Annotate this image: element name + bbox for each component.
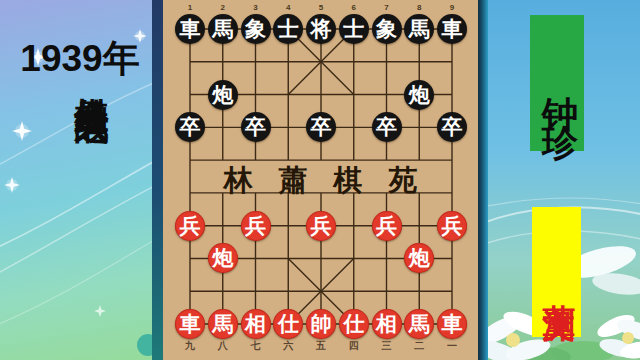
piece-red-chariot-r9c8[interactable]: 車 bbox=[437, 309, 467, 339]
file-label-bottom-6: 四 bbox=[349, 339, 359, 353]
title-caption: 棋仙最经典之战 bbox=[73, 70, 110, 84]
piece-black-cannon-r2c7[interactable]: 炮 bbox=[404, 80, 434, 110]
left-title-panel: 1939年 棋仙最经典之战 bbox=[0, 0, 152, 360]
teal-dot-decor bbox=[137, 334, 152, 356]
player-label-top: 钟珍 bbox=[530, 15, 584, 151]
file-label-bottom-7: 三 bbox=[382, 339, 392, 353]
piece-red-advisor-r9c5[interactable]: 仕 bbox=[339, 309, 369, 339]
file-label-bottom-2: 八 bbox=[218, 339, 228, 353]
file-label-top-1: 1 bbox=[188, 3, 192, 12]
file-label-bottom-4: 六 bbox=[283, 339, 293, 353]
file-label-bottom-9: 一 bbox=[447, 339, 457, 353]
file-label-top-4: 4 bbox=[286, 3, 290, 12]
piece-black-soldier-r3c6[interactable]: 卒 bbox=[372, 112, 402, 142]
piece-red-elephant-r9c2[interactable]: 相 bbox=[241, 309, 271, 339]
piece-red-soldier-r6c6[interactable]: 兵 bbox=[372, 211, 402, 241]
piece-red-soldier-r6c4[interactable]: 兵 bbox=[306, 211, 336, 241]
file-label-top-6: 6 bbox=[352, 3, 356, 12]
piece-red-general-r9c4[interactable]: 帥 bbox=[306, 309, 336, 339]
piece-red-elephant-r9c6[interactable]: 相 bbox=[372, 309, 402, 339]
file-label-top-3: 3 bbox=[253, 3, 257, 12]
piece-black-elephant-r0c2[interactable]: 象 bbox=[241, 14, 271, 44]
file-label-top-9: 9 bbox=[450, 3, 454, 12]
screenshot-root: 1939年 棋仙最经典之战 123456789 林蕭棋苑 車馬象士将士象馬車炮炮… bbox=[0, 0, 640, 360]
file-label-top-5: 5 bbox=[319, 3, 323, 12]
file-label-bottom-8: 二 bbox=[414, 339, 424, 353]
right-players-panel: 钟珍 董文渊 bbox=[488, 0, 640, 360]
file-label-top-8: 8 bbox=[417, 3, 421, 12]
piece-black-horse-r0c1[interactable]: 馬 bbox=[208, 14, 238, 44]
piece-black-elephant-r0c6[interactable]: 象 bbox=[372, 14, 402, 44]
piece-red-soldier-r6c8[interactable]: 兵 bbox=[437, 211, 467, 241]
piece-black-cannon-r2c1[interactable]: 炮 bbox=[208, 80, 238, 110]
piece-red-cannon-r7c7[interactable]: 炮 bbox=[404, 243, 434, 273]
divider-right bbox=[478, 0, 488, 360]
file-label-bottom-5: 五 bbox=[316, 339, 326, 353]
file-label-top-2: 2 bbox=[221, 3, 225, 12]
piece-red-soldier-r6c2[interactable]: 兵 bbox=[241, 211, 271, 241]
piece-red-advisor-r9c3[interactable]: 仕 bbox=[273, 309, 303, 339]
piece-red-chariot-r9c0[interactable]: 車 bbox=[175, 309, 205, 339]
piece-red-horse-r9c1[interactable]: 馬 bbox=[208, 309, 238, 339]
file-label-bottom-3: 七 bbox=[251, 339, 261, 353]
player-label-bottom: 董文渊 bbox=[532, 207, 581, 337]
player-name-black: 钟珍 bbox=[530, 68, 584, 124]
piece-red-soldier-r6c0[interactable]: 兵 bbox=[175, 211, 205, 241]
piece-black-advisor-r0c5[interactable]: 士 bbox=[339, 14, 369, 44]
piece-black-general-r0c4[interactable]: 将 bbox=[306, 14, 336, 44]
piece-black-chariot-r0c0[interactable]: 車 bbox=[175, 14, 205, 44]
piece-black-soldier-r3c2[interactable]: 卒 bbox=[241, 112, 271, 142]
xiangqi-board: 123456789 林蕭棋苑 車馬象士将士象馬車炮炮卒卒卒卒卒兵兵兵兵兵炮炮車馬… bbox=[163, 0, 478, 360]
file-label-top-7: 7 bbox=[384, 3, 388, 12]
divider-left bbox=[152, 0, 163, 360]
river-text: 林蕭棋苑 bbox=[163, 161, 478, 201]
piece-black-chariot-r0c8[interactable]: 車 bbox=[437, 14, 467, 44]
file-label-bottom-1: 九 bbox=[185, 339, 195, 353]
player-name-red: 董文渊 bbox=[532, 278, 581, 284]
